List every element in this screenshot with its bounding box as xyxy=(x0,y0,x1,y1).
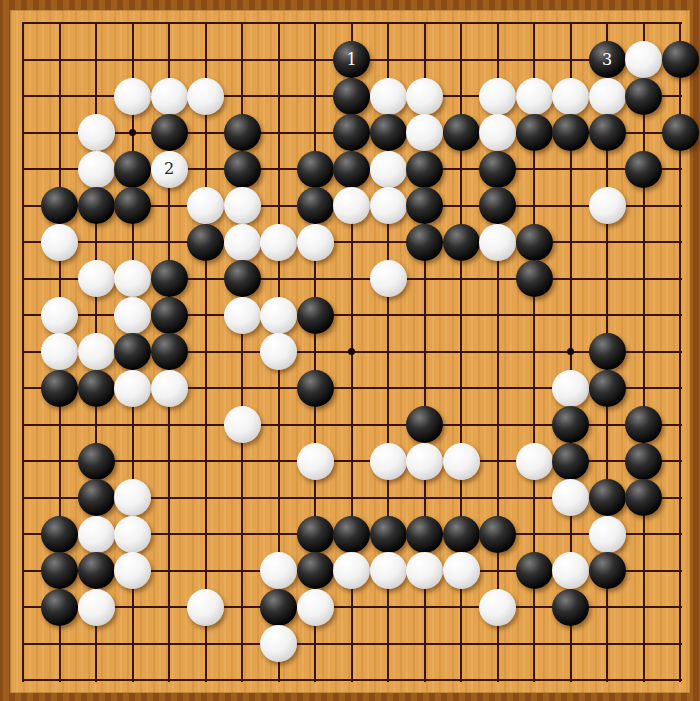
black-stone xyxy=(479,516,516,553)
white-stone xyxy=(297,443,334,480)
black-stone xyxy=(78,370,115,407)
black-stone xyxy=(151,297,188,334)
white-stone xyxy=(370,552,407,589)
white-stone xyxy=(78,516,115,553)
white-stone xyxy=(260,333,297,370)
white-stone xyxy=(78,151,115,188)
black-stone xyxy=(41,589,78,626)
white-stone xyxy=(589,78,626,115)
black-stone xyxy=(78,187,115,224)
white-stone xyxy=(114,370,151,407)
white-stone xyxy=(406,114,443,151)
black-stone xyxy=(479,187,516,224)
white-stone xyxy=(151,370,188,407)
grid-line-horizontal xyxy=(22,679,682,681)
star-point xyxy=(567,348,574,355)
black-stone xyxy=(297,297,334,334)
white-stone xyxy=(370,187,407,224)
white-stone xyxy=(370,443,407,480)
white-stone xyxy=(78,114,115,151)
black-stone xyxy=(406,151,443,188)
white-stone xyxy=(479,114,516,151)
white-stone xyxy=(552,370,589,407)
white-stone xyxy=(224,406,261,443)
white-stone xyxy=(370,260,407,297)
black-stone xyxy=(589,552,626,589)
go-game-screenshot: 132 xyxy=(0,0,700,701)
black-stone xyxy=(224,151,261,188)
white-stone xyxy=(479,78,516,115)
black-stone xyxy=(625,78,662,115)
white-stone xyxy=(114,297,151,334)
black-stone xyxy=(625,443,662,480)
black-stone xyxy=(114,333,151,370)
black-stone xyxy=(406,406,443,443)
white-stone xyxy=(625,41,662,78)
black-stone xyxy=(260,589,297,626)
black-stone xyxy=(78,552,115,589)
white-stone xyxy=(443,552,480,589)
board-layer: 132 xyxy=(0,0,700,701)
white-stone xyxy=(187,78,224,115)
black-stone xyxy=(297,552,334,589)
white-stone xyxy=(187,187,224,224)
black-stone xyxy=(333,78,370,115)
white-stone xyxy=(260,224,297,261)
black-stone xyxy=(479,151,516,188)
black-stone xyxy=(78,479,115,516)
black-stone xyxy=(41,370,78,407)
white-stone xyxy=(333,552,370,589)
black-stone xyxy=(114,187,151,224)
black-stone xyxy=(406,516,443,553)
black-stone xyxy=(41,187,78,224)
white-stone xyxy=(114,552,151,589)
white-stone xyxy=(297,224,334,261)
white-stone xyxy=(333,187,370,224)
black-stone xyxy=(151,114,188,151)
white-stone xyxy=(78,589,115,626)
white-stone xyxy=(187,589,224,626)
black-stone xyxy=(552,589,589,626)
white-stone: 2 xyxy=(151,151,188,188)
black-stone xyxy=(516,224,553,261)
white-stone xyxy=(260,552,297,589)
white-stone xyxy=(224,297,261,334)
black-stone xyxy=(589,370,626,407)
black-stone xyxy=(297,370,334,407)
black-stone xyxy=(151,260,188,297)
white-stone xyxy=(224,187,261,224)
black-stone xyxy=(370,114,407,151)
black-stone xyxy=(625,479,662,516)
black-stone xyxy=(516,552,553,589)
white-stone xyxy=(41,224,78,261)
white-stone xyxy=(41,297,78,334)
black-stone xyxy=(552,114,589,151)
white-stone xyxy=(78,333,115,370)
white-stone xyxy=(552,78,589,115)
black-stone xyxy=(589,333,626,370)
white-stone xyxy=(516,78,553,115)
white-stone xyxy=(552,479,589,516)
black-stone xyxy=(443,516,480,553)
black-stone xyxy=(625,406,662,443)
black-stone xyxy=(552,406,589,443)
white-stone xyxy=(114,78,151,115)
black-stone xyxy=(406,224,443,261)
black-stone xyxy=(662,114,699,151)
white-stone xyxy=(406,443,443,480)
white-stone xyxy=(370,78,407,115)
black-stone xyxy=(297,151,334,188)
move-number-label: 2 xyxy=(164,161,174,177)
star-point xyxy=(348,348,355,355)
white-stone xyxy=(114,479,151,516)
grid-line-vertical xyxy=(643,22,645,682)
black-stone: 3 xyxy=(589,41,626,78)
move-number-label: 1 xyxy=(346,52,356,68)
black-stone xyxy=(224,260,261,297)
white-stone xyxy=(370,151,407,188)
black-stone xyxy=(589,114,626,151)
black-stone xyxy=(333,516,370,553)
black-stone xyxy=(151,333,188,370)
white-stone xyxy=(224,224,261,261)
white-stone xyxy=(297,589,334,626)
black-stone xyxy=(370,516,407,553)
black-stone xyxy=(297,516,334,553)
white-stone xyxy=(443,443,480,480)
black-stone xyxy=(589,479,626,516)
star-point xyxy=(129,129,136,136)
black-stone xyxy=(406,187,443,224)
grid-line-horizontal xyxy=(22,643,682,645)
white-stone xyxy=(589,187,626,224)
black-stone xyxy=(443,114,480,151)
white-stone xyxy=(78,260,115,297)
black-stone xyxy=(516,260,553,297)
black-stone: 1 xyxy=(333,41,370,78)
black-stone xyxy=(224,114,261,151)
black-stone xyxy=(516,114,553,151)
white-stone xyxy=(151,78,188,115)
black-stone xyxy=(78,443,115,480)
white-stone xyxy=(114,516,151,553)
black-stone xyxy=(114,151,151,188)
white-stone xyxy=(479,224,516,261)
white-stone xyxy=(589,516,626,553)
white-stone xyxy=(406,78,443,115)
white-stone xyxy=(552,552,589,589)
white-stone xyxy=(406,552,443,589)
black-stone xyxy=(662,41,699,78)
white-stone xyxy=(516,443,553,480)
black-stone xyxy=(625,151,662,188)
white-stone xyxy=(260,297,297,334)
black-stone xyxy=(187,224,224,261)
black-stone xyxy=(41,552,78,589)
white-stone xyxy=(479,589,516,626)
black-stone xyxy=(297,187,334,224)
black-stone xyxy=(443,224,480,261)
black-stone xyxy=(552,443,589,480)
black-stone xyxy=(41,516,78,553)
move-number-label: 3 xyxy=(602,52,612,68)
white-stone xyxy=(114,260,151,297)
black-stone xyxy=(333,114,370,151)
black-stone xyxy=(333,151,370,188)
white-stone xyxy=(260,625,297,662)
white-stone xyxy=(41,333,78,370)
